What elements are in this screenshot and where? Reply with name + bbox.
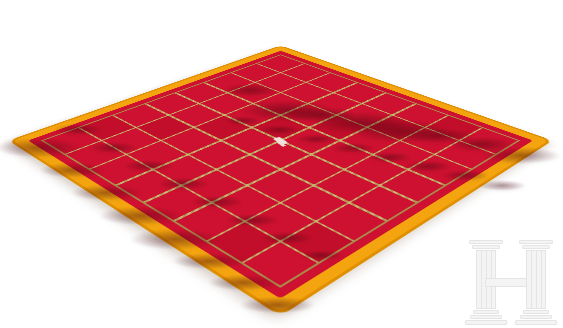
column-plinth	[465, 320, 507, 325]
column-base	[520, 315, 552, 319]
column-base	[523, 310, 549, 314]
column-capital	[522, 245, 550, 249]
column-capital	[469, 240, 503, 244]
auction-photo: ♜♞♝♛♚♝♞♜♟♟♟♟♟♟♟♟♟♟♟♟♟♟♟♟♜♞♝♛♚♝♞♜	[0, 0, 563, 328]
column-shaft	[526, 250, 546, 309]
column-base	[470, 315, 502, 319]
piece-a7-black-pawn: ♟	[223, 82, 262, 126]
piece-h1-white-rook: ♜	[239, 230, 315, 315]
column-capital	[519, 240, 553, 244]
piece-b7-black-pawn: ♟	[259, 90, 299, 135]
column-base	[473, 310, 499, 314]
auction-watermark-logo	[463, 240, 559, 325]
watermark-right-column	[515, 240, 557, 325]
piece-h7-black-pawn: ♟	[477, 137, 526, 192]
column-capital	[472, 245, 500, 249]
column-plinth	[515, 320, 557, 325]
